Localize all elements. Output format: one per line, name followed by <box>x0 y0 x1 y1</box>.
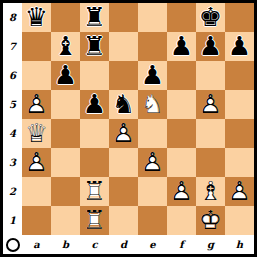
white-pawn-a3[interactable]: ♟♙ <box>22 148 51 177</box>
square-g6[interactable] <box>196 61 225 90</box>
square-c3[interactable] <box>80 148 109 177</box>
square-a8[interactable]: ♛ <box>22 3 51 32</box>
white-pawn-outline: ♙ <box>167 177 196 206</box>
square-f4[interactable] <box>167 119 196 148</box>
square-g1[interactable]: ♚♔ <box>196 206 225 235</box>
square-f6[interactable] <box>167 61 196 90</box>
black-rook-c8[interactable]: ♜ <box>80 3 109 32</box>
corner-cell <box>3 235 22 254</box>
white-king-g1[interactable]: ♚♔ <box>196 206 225 235</box>
square-e5[interactable]: ♞♘ <box>138 90 167 119</box>
white-rook-c2[interactable]: ♜♖ <box>80 177 109 206</box>
file-label-e: e <box>138 235 167 254</box>
square-g7[interactable]: ♟ <box>196 32 225 61</box>
square-c7[interactable]: ♜ <box>80 32 109 61</box>
white-pawn-outline: ♙ <box>22 148 51 177</box>
rank-label-4: 4 <box>3 119 22 148</box>
square-h3[interactable] <box>225 148 254 177</box>
square-c8[interactable]: ♜ <box>80 3 109 32</box>
square-a7[interactable] <box>22 32 51 61</box>
square-b6[interactable]: ♟ <box>51 61 80 90</box>
square-h2[interactable]: ♟♙ <box>225 177 254 206</box>
square-g8[interactable]: ♚ <box>196 3 225 32</box>
file-label-d: d <box>109 235 138 254</box>
square-h8[interactable] <box>225 3 254 32</box>
square-e4[interactable] <box>138 119 167 148</box>
white-rook-c1[interactable]: ♜♖ <box>80 206 109 235</box>
rank-label-2: 2 <box>3 177 22 206</box>
rank-label-3: 3 <box>3 148 22 177</box>
square-h7[interactable]: ♟ <box>225 32 254 61</box>
white-pawn-outline: ♙ <box>22 90 51 119</box>
square-g2[interactable]: ♝♗ <box>196 177 225 206</box>
square-g5[interactable]: ♟♙ <box>196 90 225 119</box>
white-pawn-f2[interactable]: ♟♙ <box>167 177 196 206</box>
square-d1[interactable] <box>109 206 138 235</box>
square-a5[interactable]: ♟♙ <box>22 90 51 119</box>
square-e6[interactable]: ♟ <box>138 61 167 90</box>
file-label-c: c <box>80 235 109 254</box>
square-h4[interactable] <box>225 119 254 148</box>
square-a6[interactable] <box>22 61 51 90</box>
white-pawn-outline: ♙ <box>138 148 167 177</box>
square-a1[interactable] <box>22 206 51 235</box>
rank-label-7: 7 <box>3 32 22 61</box>
white-queen-a4[interactable]: ♛♕ <box>22 119 51 148</box>
black-queen-a8[interactable]: ♛ <box>22 3 51 32</box>
square-c6[interactable] <box>80 61 109 90</box>
square-d7[interactable] <box>109 32 138 61</box>
square-f1[interactable] <box>167 206 196 235</box>
square-c4[interactable] <box>80 119 109 148</box>
black-pawn-g7[interactable]: ♟ <box>196 32 225 61</box>
square-f5[interactable] <box>167 90 196 119</box>
square-d2[interactable] <box>109 177 138 206</box>
square-f8[interactable] <box>167 3 196 32</box>
square-h1[interactable] <box>225 206 254 235</box>
rank-label-6: 6 <box>3 61 22 90</box>
white-to-move-indicator <box>6 238 20 252</box>
white-rook-outline: ♖ <box>80 206 109 235</box>
file-label-f: f <box>167 235 196 254</box>
square-e3[interactable]: ♟♙ <box>138 148 167 177</box>
square-c5[interactable]: ♟ <box>80 90 109 119</box>
black-pawn-e6[interactable]: ♟ <box>138 61 167 90</box>
square-a4[interactable]: ♛♕ <box>22 119 51 148</box>
square-b3[interactable] <box>51 148 80 177</box>
square-b1[interactable] <box>51 206 80 235</box>
white-pawn-d4[interactable]: ♟♙ <box>109 119 138 148</box>
black-rook-c7[interactable]: ♜ <box>80 32 109 61</box>
rank-label-5: 5 <box>3 90 22 119</box>
white-pawn-h2[interactable]: ♟♙ <box>225 177 254 206</box>
square-d6[interactable] <box>109 61 138 90</box>
square-a2[interactable] <box>22 177 51 206</box>
square-e2[interactable] <box>138 177 167 206</box>
black-pawn-b6[interactable]: ♟ <box>51 61 80 90</box>
file-label-h: h <box>225 235 254 254</box>
square-d3[interactable] <box>109 148 138 177</box>
black-pawn-h7[interactable]: ♟ <box>225 32 254 61</box>
file-label-g: g <box>196 235 225 254</box>
black-pawn-c5[interactable]: ♟ <box>80 90 109 119</box>
file-label-b: b <box>51 235 80 254</box>
square-h5[interactable] <box>225 90 254 119</box>
white-knight-e5[interactable]: ♞♘ <box>138 90 167 119</box>
square-h6[interactable] <box>225 61 254 90</box>
square-b4[interactable] <box>51 119 80 148</box>
square-d8[interactable] <box>109 3 138 32</box>
square-g3[interactable] <box>196 148 225 177</box>
white-pawn-outline: ♙ <box>109 119 138 148</box>
white-bishop-outline: ♗ <box>196 177 225 206</box>
square-d4[interactable]: ♟♙ <box>109 119 138 148</box>
square-b2[interactable] <box>51 177 80 206</box>
square-f3[interactable] <box>167 148 196 177</box>
square-b5[interactable] <box>51 90 80 119</box>
file-labels: abcdefgh <box>22 235 254 254</box>
white-pawn-g5[interactable]: ♟♙ <box>196 90 225 119</box>
black-knight-d5[interactable]: ♞ <box>109 90 138 119</box>
file-label-a: a <box>22 235 51 254</box>
white-king-outline: ♔ <box>196 206 225 235</box>
square-f2[interactable]: ♟♙ <box>167 177 196 206</box>
white-pawn-outline: ♙ <box>225 177 254 206</box>
white-queen-outline: ♕ <box>22 119 51 148</box>
square-e1[interactable] <box>138 206 167 235</box>
white-pawn-outline: ♙ <box>196 90 225 119</box>
black-king-g8[interactable]: ♚ <box>196 3 225 32</box>
white-pawn-e3[interactable]: ♟♙ <box>138 148 167 177</box>
square-a3[interactable]: ♟♙ <box>22 148 51 177</box>
white-knight-outline: ♘ <box>138 90 167 119</box>
square-g4[interactable] <box>196 119 225 148</box>
square-c1[interactable]: ♜♖ <box>80 206 109 235</box>
square-f7[interactable]: ♟ <box>167 32 196 61</box>
square-b7[interactable]: ♝ <box>51 32 80 61</box>
square-d5[interactable]: ♞ <box>109 90 138 119</box>
chess-diagram: 87654321 ♛♜♚♝♜♟♟♟♟♟♟♙♟♞♞♘♟♙♛♕♟♙♟♙♟♙♜♖♟♙♝… <box>0 0 257 257</box>
square-b8[interactable] <box>51 3 80 32</box>
rank-label-1: 1 <box>3 206 22 235</box>
black-bishop-b7[interactable]: ♝ <box>51 32 80 61</box>
white-pawn-a5[interactable]: ♟♙ <box>22 90 51 119</box>
square-e7[interactable] <box>138 32 167 61</box>
white-rook-outline: ♖ <box>80 177 109 206</box>
square-e8[interactable] <box>138 3 167 32</box>
rank-label-8: 8 <box>3 3 22 32</box>
white-bishop-g2[interactable]: ♝♗ <box>196 177 225 206</box>
rank-labels: 87654321 <box>3 3 22 235</box>
square-c2[interactable]: ♜♖ <box>80 177 109 206</box>
board: ♛♜♚♝♜♟♟♟♟♟♟♙♟♞♞♘♟♙♛♕♟♙♟♙♟♙♜♖♟♙♝♗♟♙♜♖♚♔ <box>22 3 254 235</box>
black-pawn-f7[interactable]: ♟ <box>167 32 196 61</box>
